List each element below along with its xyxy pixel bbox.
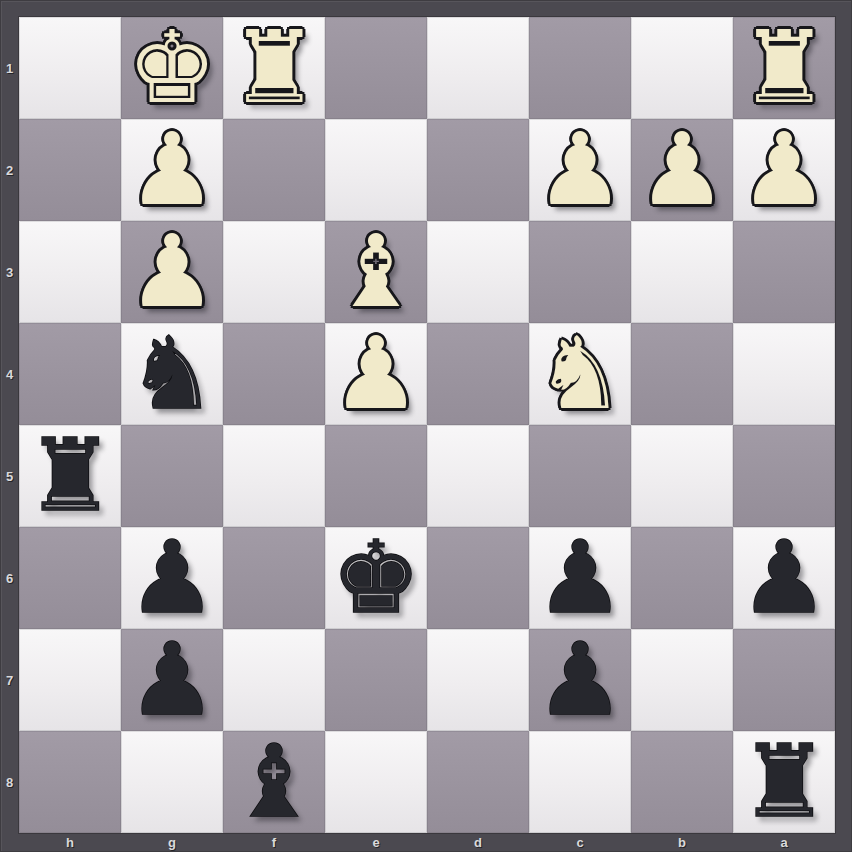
black-rook[interactable]: ♜ [25,425,115,527]
square-b6[interactable] [631,527,733,629]
white-rook[interactable]: ♜ [739,17,829,119]
square-e3[interactable]: ♝ [325,221,427,323]
square-a6[interactable]: ♟ [733,527,835,629]
square-d8[interactable] [427,731,529,833]
file-labels-row: hgfedcba [19,833,835,852]
rank-label-4: 4 [0,323,19,425]
square-e2[interactable] [325,119,427,221]
square-c8[interactable] [529,731,631,833]
file-label-g: g [121,833,223,852]
rank-label-7: 7 [0,629,19,731]
chess-board-frame: 12345678 ♚♜♜♟♟♟♟♟♝♞♟♞♜♟♚♟♟♟♟♝♜ hgfedcba [0,0,852,852]
square-e5[interactable] [325,425,427,527]
square-b4[interactable] [631,323,733,425]
black-king[interactable]: ♚ [331,527,421,629]
square-f7[interactable] [223,629,325,731]
square-e8[interactable] [325,731,427,833]
white-king[interactable]: ♚ [127,17,217,119]
square-a1[interactable]: ♜ [733,17,835,119]
square-f8[interactable]: ♝ [223,731,325,833]
square-e4[interactable]: ♟ [325,323,427,425]
square-a3[interactable] [733,221,835,323]
file-label-f: f [223,833,325,852]
square-f5[interactable] [223,425,325,527]
black-pawn[interactable]: ♟ [535,527,625,629]
file-label-b: b [631,833,733,852]
square-g6[interactable]: ♟ [121,527,223,629]
square-b8[interactable] [631,731,733,833]
black-pawn[interactable]: ♟ [127,629,217,731]
square-g3[interactable]: ♟ [121,221,223,323]
square-d6[interactable] [427,527,529,629]
square-f6[interactable] [223,527,325,629]
square-f3[interactable] [223,221,325,323]
square-g8[interactable] [121,731,223,833]
white-knight[interactable]: ♞ [535,323,625,425]
square-b1[interactable] [631,17,733,119]
square-g7[interactable]: ♟ [121,629,223,731]
square-c4[interactable]: ♞ [529,323,631,425]
black-knight[interactable]: ♞ [127,323,217,425]
square-c7[interactable]: ♟ [529,629,631,731]
square-d5[interactable] [427,425,529,527]
square-d2[interactable] [427,119,529,221]
square-b7[interactable] [631,629,733,731]
square-g2[interactable]: ♟ [121,119,223,221]
file-label-a: a [733,833,835,852]
square-e7[interactable] [325,629,427,731]
file-label-d: d [427,833,529,852]
black-bishop[interactable]: ♝ [229,731,319,833]
square-g1[interactable]: ♚ [121,17,223,119]
square-c6[interactable]: ♟ [529,527,631,629]
square-h7[interactable] [19,629,121,731]
square-h1[interactable] [19,17,121,119]
white-pawn[interactable]: ♟ [331,323,421,425]
square-c3[interactable] [529,221,631,323]
white-pawn[interactable]: ♟ [127,221,217,323]
square-a2[interactable]: ♟ [733,119,835,221]
square-h3[interactable] [19,221,121,323]
square-f2[interactable] [223,119,325,221]
rank-label-1: 1 [0,17,19,119]
square-a7[interactable] [733,629,835,731]
square-a4[interactable] [733,323,835,425]
square-d7[interactable] [427,629,529,731]
square-d3[interactable] [427,221,529,323]
white-pawn[interactable]: ♟ [127,119,217,221]
square-e1[interactable] [325,17,427,119]
square-f4[interactable] [223,323,325,425]
black-rook[interactable]: ♜ [739,731,829,833]
square-b2[interactable]: ♟ [631,119,733,221]
square-c5[interactable] [529,425,631,527]
rank-labels-column: 12345678 [0,17,19,833]
board: ♚♜♜♟♟♟♟♟♝♞♟♞♜♟♚♟♟♟♟♝♜ [19,17,835,833]
rank-label-8: 8 [0,731,19,833]
file-label-c: c [529,833,631,852]
rank-label-5: 5 [0,425,19,527]
square-c2[interactable]: ♟ [529,119,631,221]
square-h8[interactable] [19,731,121,833]
square-b5[interactable] [631,425,733,527]
square-d4[interactable] [427,323,529,425]
black-pawn[interactable]: ♟ [739,527,829,629]
square-h4[interactable] [19,323,121,425]
white-pawn[interactable]: ♟ [637,119,727,221]
black-pawn[interactable]: ♟ [535,629,625,731]
square-a5[interactable] [733,425,835,527]
square-g5[interactable] [121,425,223,527]
square-e6[interactable]: ♚ [325,527,427,629]
white-bishop[interactable]: ♝ [331,221,421,323]
rank-label-6: 6 [0,527,19,629]
square-h2[interactable] [19,119,121,221]
square-b3[interactable] [631,221,733,323]
rank-label-2: 2 [0,119,19,221]
square-g4[interactable]: ♞ [121,323,223,425]
square-c1[interactable] [529,17,631,119]
square-h5[interactable]: ♜ [19,425,121,527]
black-pawn[interactable]: ♟ [127,527,217,629]
file-label-e: e [325,833,427,852]
square-a8[interactable]: ♜ [733,731,835,833]
square-h6[interactable] [19,527,121,629]
white-pawn[interactable]: ♟ [739,119,829,221]
file-label-h: h [19,833,121,852]
rank-label-3: 3 [0,221,19,323]
square-d1[interactable] [427,17,529,119]
square-f1[interactable]: ♜ [223,17,325,119]
white-pawn[interactable]: ♟ [535,119,625,221]
white-rook[interactable]: ♜ [229,17,319,119]
